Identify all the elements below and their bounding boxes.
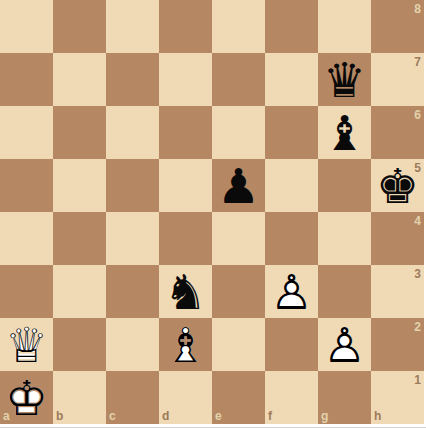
- square-c2[interactable]: [106, 318, 159, 371]
- square-g8[interactable]: [318, 0, 371, 53]
- coord-file-g: g: [321, 410, 328, 422]
- square-d4[interactable]: [159, 212, 212, 265]
- square-h6[interactable]: 6: [371, 106, 424, 159]
- pawn-glyph: ♟: [217, 162, 260, 210]
- square-e6[interactable]: [212, 106, 265, 159]
- square-e8[interactable]: [212, 0, 265, 53]
- square-a8[interactable]: [0, 0, 53, 53]
- square-d7[interactable]: [159, 53, 212, 106]
- black-bishop-piece[interactable]: ♝: [318, 106, 371, 159]
- square-g1[interactable]: g: [318, 371, 371, 424]
- square-c7[interactable]: [106, 53, 159, 106]
- square-c8[interactable]: [106, 0, 159, 53]
- square-b5[interactable]: [53, 159, 106, 212]
- square-b8[interactable]: [53, 0, 106, 53]
- white-pawn-piece[interactable]: ♟♙: [318, 318, 371, 371]
- black-king-piece[interactable]: ♚: [371, 159, 424, 212]
- square-f3[interactable]: ♟♙: [265, 265, 318, 318]
- coord-file-e: e: [215, 410, 222, 422]
- white-bishop-piece[interactable]: ♝♗: [159, 318, 212, 371]
- square-c6[interactable]: [106, 106, 159, 159]
- square-g3[interactable]: [318, 265, 371, 318]
- bishop-glyph: ♝: [323, 109, 366, 157]
- coord-rank-3: 3: [414, 268, 421, 280]
- square-a3[interactable]: [0, 265, 53, 318]
- square-e3[interactable]: [212, 265, 265, 318]
- square-c3[interactable]: [106, 265, 159, 318]
- square-h7[interactable]: 7: [371, 53, 424, 106]
- square-a5[interactable]: [0, 159, 53, 212]
- coord-file-h: h: [374, 410, 381, 422]
- black-pawn-piece[interactable]: ♟: [212, 159, 265, 212]
- square-c1[interactable]: c: [106, 371, 159, 424]
- square-a6[interactable]: [0, 106, 53, 159]
- coord-file-f: f: [268, 410, 272, 422]
- square-h2[interactable]: 2: [371, 318, 424, 371]
- square-h4[interactable]: 4: [371, 212, 424, 265]
- white-queen-piece[interactable]: ♛♕: [0, 318, 53, 371]
- square-e1[interactable]: e: [212, 371, 265, 424]
- coord-rank-2: 2: [414, 321, 421, 333]
- square-b2[interactable]: [53, 318, 106, 371]
- chess-board: 8♛7♝6♟5♚4♞♟♙3♛♕♝♗♟♙2a♚♔bcdefg1h: [0, 0, 424, 424]
- square-f8[interactable]: [265, 0, 318, 53]
- square-e4[interactable]: [212, 212, 265, 265]
- square-d8[interactable]: [159, 0, 212, 53]
- square-b1[interactable]: b: [53, 371, 106, 424]
- square-f7[interactable]: [265, 53, 318, 106]
- square-d5[interactable]: [159, 159, 212, 212]
- coord-rank-6: 6: [414, 109, 421, 121]
- queen-glyph-outline: ♕: [5, 321, 48, 369]
- square-g7[interactable]: ♛: [318, 53, 371, 106]
- pawn-glyph-outline: ♙: [323, 321, 366, 369]
- square-d6[interactable]: [159, 106, 212, 159]
- coord-file-d: d: [162, 410, 169, 422]
- square-a7[interactable]: [0, 53, 53, 106]
- square-h3[interactable]: 3: [371, 265, 424, 318]
- coord-rank-7: 7: [414, 56, 421, 68]
- black-queen-piece[interactable]: ♛: [318, 53, 371, 106]
- square-g4[interactable]: [318, 212, 371, 265]
- square-a1[interactable]: a♚♔: [0, 371, 53, 424]
- square-c5[interactable]: [106, 159, 159, 212]
- knight-glyph: ♞: [164, 268, 207, 316]
- white-pawn-piece[interactable]: ♟♙: [265, 265, 318, 318]
- coord-rank-1: 1: [414, 374, 421, 386]
- square-b4[interactable]: [53, 212, 106, 265]
- square-b7[interactable]: [53, 53, 106, 106]
- square-b6[interactable]: [53, 106, 106, 159]
- king-glyph: ♚: [376, 162, 419, 210]
- black-knight-piece[interactable]: ♞: [159, 265, 212, 318]
- coord-rank-4: 4: [414, 215, 421, 227]
- square-f2[interactable]: [265, 318, 318, 371]
- square-d3[interactable]: ♞: [159, 265, 212, 318]
- square-e5[interactable]: ♟: [212, 159, 265, 212]
- square-f5[interactable]: [265, 159, 318, 212]
- white-king-piece[interactable]: ♚♔: [0, 371, 53, 424]
- square-h1[interactable]: 1h: [371, 371, 424, 424]
- pawn-glyph-outline: ♙: [270, 268, 313, 316]
- king-glyph-outline: ♔: [5, 374, 48, 422]
- square-f4[interactable]: [265, 212, 318, 265]
- coord-rank-8: 8: [414, 3, 421, 15]
- square-g2[interactable]: ♟♙: [318, 318, 371, 371]
- square-h5[interactable]: 5♚: [371, 159, 424, 212]
- square-c4[interactable]: [106, 212, 159, 265]
- square-e7[interactable]: [212, 53, 265, 106]
- square-f1[interactable]: f: [265, 371, 318, 424]
- square-a4[interactable]: [0, 212, 53, 265]
- square-f6[interactable]: [265, 106, 318, 159]
- coord-file-b: b: [56, 410, 63, 422]
- square-d1[interactable]: d: [159, 371, 212, 424]
- page: { "game": "chess", "page": { "background…: [0, 0, 426, 429]
- page-bottom-divider: [0, 427, 426, 428]
- square-h8[interactable]: 8: [371, 0, 424, 53]
- coord-file-c: c: [109, 410, 116, 422]
- square-b3[interactable]: [53, 265, 106, 318]
- queen-glyph: ♛: [323, 56, 366, 104]
- square-a2[interactable]: ♛♕: [0, 318, 53, 371]
- square-g5[interactable]: [318, 159, 371, 212]
- square-g6[interactable]: ♝: [318, 106, 371, 159]
- bishop-glyph-outline: ♗: [164, 321, 207, 369]
- square-e2[interactable]: [212, 318, 265, 371]
- square-d2[interactable]: ♝♗: [159, 318, 212, 371]
